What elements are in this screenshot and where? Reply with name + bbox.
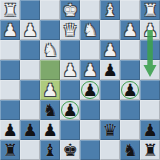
piece-bB-f8[interactable]: ♝ [40,140,60,160]
square-d6[interactable] [80,100,100,120]
square-a5[interactable] [140,80,160,100]
piece-wP-b2[interactable]: ♟ [120,20,140,40]
square-g6[interactable] [20,100,40,120]
square-c2[interactable] [100,20,120,40]
square-d2[interactable]: ♞ [80,20,100,40]
square-e7[interactable] [60,120,80,140]
square-f3[interactable]: ♞ [40,40,60,60]
square-e1[interactable]: ♚ [60,0,80,20]
piece-bP-a7[interactable]: ♟ [140,120,160,140]
piece-bK-e8[interactable]: ♚ [60,140,80,160]
square-a3[interactable] [140,40,160,60]
square-g2[interactable]: ♟ [20,20,40,40]
piece-bP-d5[interactable]: ♟ [80,80,100,100]
square-c1[interactable]: ♝ [100,0,120,20]
square-e2[interactable]: ♛ [60,20,80,40]
square-f2[interactable] [40,20,60,40]
square-f5[interactable]: ♟ [40,80,60,100]
piece-wP-f5[interactable]: ♟ [40,80,60,100]
chess-board: ♜♚♝♜♟♟♛♞♟♟♞♟♟♟♟♟♟♟♞♟♟♟♟♛♟♜♝♚♞♜ [0,0,160,160]
square-e3[interactable] [60,40,80,60]
square-e4[interactable]: ♟ [60,60,80,80]
piece-wR-h1[interactable]: ♜ [0,0,20,20]
piece-wP-c3[interactable]: ♟ [100,40,120,60]
piece-bR-h8[interactable]: ♜ [0,140,20,160]
square-g7[interactable]: ♟ [20,120,40,140]
piece-bP-h7[interactable]: ♟ [0,120,20,140]
piece-wP-a2[interactable]: ♟ [140,20,160,40]
square-b3[interactable] [120,40,140,60]
piece-wQ-e2[interactable]: ♛ [60,20,80,40]
square-h5[interactable] [0,80,20,100]
square-c4[interactable]: ♟ [100,60,120,80]
square-c8[interactable] [100,140,120,160]
piece-bN-f6[interactable]: ♞ [40,100,60,120]
square-d5[interactable]: ♟ [80,80,100,100]
square-e5[interactable] [60,80,80,100]
square-d1[interactable] [80,0,100,20]
piece-bP-b5[interactable]: ♟ [120,80,140,100]
square-b2[interactable]: ♟ [120,20,140,40]
square-a7[interactable]: ♟ [140,120,160,140]
board-grid: ♜♚♝♜♟♟♛♞♟♟♞♟♟♟♟♟♟♟♞♟♟♟♟♛♟♜♝♚♞♜ [0,0,160,160]
square-f6[interactable]: ♞ [40,100,60,120]
square-d4[interactable]: ♟ [80,60,100,80]
square-h1[interactable]: ♜ [0,0,20,20]
square-e8[interactable]: ♚ [60,140,80,160]
piece-wP-e4[interactable]: ♟ [60,60,80,80]
square-b8[interactable]: ♞ [120,140,140,160]
square-a1[interactable]: ♜ [140,0,160,20]
piece-bQ-c7[interactable]: ♛ [100,120,120,140]
square-h7[interactable]: ♟ [0,120,20,140]
piece-wR-a1[interactable]: ♜ [140,0,160,20]
square-g8[interactable] [20,140,40,160]
square-b1[interactable] [120,0,140,20]
square-d7[interactable] [80,120,100,140]
piece-wP-d4[interactable]: ♟ [80,60,100,80]
square-f8[interactable]: ♝ [40,140,60,160]
piece-wN-d2[interactable]: ♞ [80,20,100,40]
square-g5[interactable] [20,80,40,100]
square-a2[interactable]: ♟ [140,20,160,40]
square-g3[interactable] [20,40,40,60]
square-b4[interactable] [120,60,140,80]
square-a8[interactable]: ♜ [140,140,160,160]
piece-bR-a8[interactable]: ♜ [140,140,160,160]
square-h4[interactable] [0,60,20,80]
square-a4[interactable] [140,60,160,80]
piece-wK-e1[interactable]: ♚ [60,0,80,20]
square-d8[interactable] [80,140,100,160]
piece-bP-e6[interactable]: ♟ [60,100,80,120]
square-g1[interactable] [20,0,40,20]
square-b5[interactable]: ♟ [120,80,140,100]
piece-bP-f7[interactable]: ♟ [40,120,60,140]
square-b7[interactable] [120,120,140,140]
square-h6[interactable] [0,100,20,120]
square-c6[interactable] [100,100,120,120]
square-c7[interactable]: ♛ [100,120,120,140]
square-h2[interactable]: ♟ [0,20,20,40]
piece-wP-h2[interactable]: ♟ [0,20,20,40]
square-b6[interactable] [120,100,140,120]
piece-bP-g7[interactable]: ♟ [20,120,40,140]
piece-wP-g2[interactable]: ♟ [20,20,40,40]
square-a6[interactable] [140,100,160,120]
piece-wN-f3[interactable]: ♞ [40,40,60,60]
square-e6[interactable]: ♟ [60,100,80,120]
square-g4[interactable] [20,60,40,80]
square-h8[interactable]: ♜ [0,140,20,160]
square-h3[interactable] [0,40,20,60]
square-c5[interactable] [100,80,120,100]
square-d3[interactable] [80,40,100,60]
square-f1[interactable] [40,0,60,20]
square-f4[interactable] [40,60,60,80]
piece-bN-b8[interactable]: ♞ [120,140,140,160]
piece-wB-c1[interactable]: ♝ [100,0,120,20]
square-f7[interactable]: ♟ [40,120,60,140]
piece-bP-c4[interactable]: ♟ [100,60,120,80]
square-c3[interactable]: ♟ [100,40,120,60]
